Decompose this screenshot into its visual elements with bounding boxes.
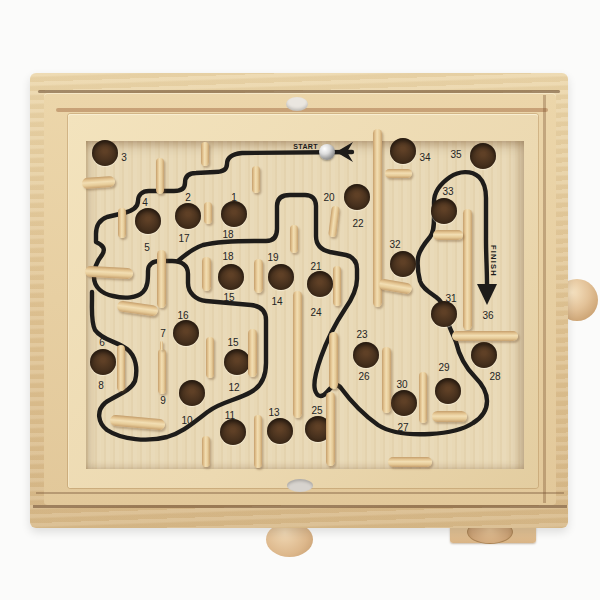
wall-peg — [333, 266, 341, 306]
wall-peg — [463, 209, 472, 330]
hole — [307, 271, 333, 297]
hole-number-label: 7 — [160, 328, 166, 339]
hole-number-label: 15 — [227, 337, 238, 348]
hinge-disc — [287, 479, 313, 492]
steel-ball — [319, 144, 335, 160]
hole-number-label: 9 — [160, 395, 166, 406]
hole — [173, 320, 199, 346]
wall-peg — [293, 291, 302, 418]
hole — [431, 198, 457, 224]
hole-number-label: 18 — [222, 229, 233, 240]
hole — [431, 301, 457, 327]
hole-number-label: 21 — [310, 261, 321, 272]
hole — [390, 251, 416, 277]
hole-number-label: 17 — [178, 233, 189, 244]
frame-seam — [36, 492, 564, 494]
hole-number-label: 36 — [482, 310, 493, 321]
wall-peg — [206, 337, 214, 378]
hole — [135, 208, 161, 234]
wall-peg — [254, 415, 262, 468]
wall-peg — [385, 169, 412, 178]
hole-number-label: 16 — [177, 310, 188, 321]
hole-number-label: 24 — [310, 307, 321, 318]
hole — [344, 184, 370, 210]
hole-number-label: 31 — [445, 293, 456, 304]
finish-label: FINISH — [489, 245, 498, 291]
wall-peg — [82, 176, 116, 189]
frame-seam — [543, 95, 546, 503]
hole-number-label: 6 — [99, 337, 105, 348]
start-label: START — [280, 143, 318, 150]
hole — [471, 342, 497, 368]
hole-number-label: 3 — [121, 152, 127, 163]
wall-peg — [290, 225, 298, 253]
hole — [179, 380, 205, 406]
hole — [435, 378, 461, 404]
wall-peg — [432, 411, 467, 422]
wall-peg — [419, 372, 427, 423]
wall-peg — [158, 349, 166, 394]
hole-number-label: 11 — [225, 410, 235, 421]
hole-number-label: 5 — [144, 242, 150, 253]
hole — [267, 418, 293, 444]
hole — [220, 419, 246, 445]
hole-number-label: 26 — [358, 371, 369, 382]
hole — [470, 143, 496, 169]
hole-number-label: 18 — [222, 251, 233, 262]
wall-peg — [201, 142, 209, 166]
wall-peg — [433, 230, 463, 240]
hole-number-label: 33 — [442, 186, 453, 197]
hole-number-label: 32 — [389, 239, 400, 250]
hole — [268, 264, 294, 290]
wall-peg — [382, 347, 391, 413]
hole-number-label: 12 — [228, 382, 239, 393]
wall-peg — [202, 257, 211, 291]
hole — [391, 390, 417, 416]
hole-number-label: 25 — [311, 405, 322, 416]
wall-peg — [204, 202, 212, 224]
hole-number-label: 1 — [231, 192, 237, 203]
wall-peg — [117, 345, 125, 391]
wall-peg — [156, 158, 164, 194]
finger-notch — [286, 97, 308, 111]
wall-peg — [452, 331, 518, 341]
hole — [390, 138, 416, 164]
labyrinth-board-photo: 3343542120331718225321819211514241631367… — [0, 0, 600, 600]
wall-peg — [160, 341, 163, 350]
wall-peg — [202, 436, 210, 467]
hole-number-label: 2 — [185, 192, 191, 203]
hole-number-label: 13 — [268, 407, 279, 418]
wall-peg — [248, 329, 257, 377]
wall-peg — [157, 250, 166, 308]
hole-number-label: 28 — [489, 371, 500, 382]
hole-number-label: 8 — [98, 380, 104, 391]
wall-peg — [254, 259, 263, 293]
hole-number-label: 14 — [271, 296, 282, 307]
hole — [224, 349, 250, 375]
frame-seam — [33, 505, 567, 508]
hole-number-label: 34 — [419, 152, 430, 163]
hole-number-label: 4 — [142, 197, 148, 208]
hole-number-label: 20 — [323, 192, 334, 203]
hole-number-label: 19 — [267, 252, 278, 263]
hole-number-label: 10 — [181, 415, 192, 426]
wall-peg — [326, 392, 335, 466]
hole-number-label: 22 — [352, 218, 363, 229]
hole-number-label: 15 — [223, 292, 234, 303]
wall-peg — [329, 332, 338, 389]
hole — [221, 201, 247, 227]
hole — [175, 203, 201, 229]
hole-number-label: 29 — [438, 362, 449, 373]
hole — [90, 349, 116, 375]
hole-number-label: 30 — [396, 379, 407, 390]
hole — [92, 140, 118, 166]
hole — [353, 342, 379, 368]
hole — [218, 264, 244, 290]
hole-number-label: 23 — [356, 329, 367, 340]
hole-number-label: 35 — [450, 149, 461, 160]
wall-peg — [388, 457, 432, 467]
hole-number-label: 27 — [397, 422, 408, 433]
wall-peg — [118, 208, 126, 238]
wall-peg — [252, 166, 260, 193]
